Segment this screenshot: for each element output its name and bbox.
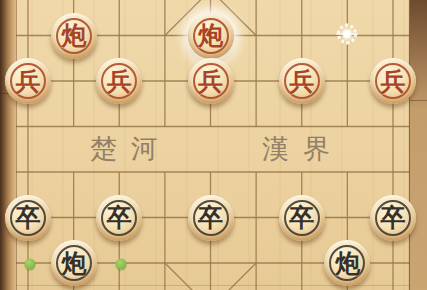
piece-black-soldier[interactable]: 卒 (5, 195, 51, 241)
move-hint-dot[interactable] (116, 259, 127, 270)
piece-red-soldier[interactable]: 兵 (370, 58, 416, 104)
piece-black-soldier[interactable]: 卒 (370, 195, 416, 241)
piece-character: 炮 (335, 251, 360, 276)
piece-character: 炮 (61, 23, 86, 48)
piece-character: 卒 (198, 205, 223, 230)
piece-character: 卒 (16, 205, 41, 230)
piece-red-soldier[interactable]: 兵 (96, 58, 142, 104)
piece-character: 兵 (289, 69, 314, 94)
piece-red-soldier[interactable]: 兵 (279, 58, 325, 104)
piece-black-soldier[interactable]: 卒 (188, 195, 234, 241)
piece-black-cannon[interactable]: 炮 (51, 240, 97, 286)
piece-black-soldier[interactable]: 卒 (279, 195, 325, 241)
piece-red-cannon[interactable]: 炮 (188, 13, 234, 59)
board-frame-left (0, 0, 16, 290)
board-frame-right (410, 0, 427, 290)
piece-character: 炮 (198, 23, 223, 48)
piece-character: 卒 (107, 205, 132, 230)
piece-character: 兵 (381, 69, 406, 94)
piece-red-cannon[interactable]: 炮 (51, 13, 97, 59)
piece-red-soldier[interactable]: 兵 (188, 58, 234, 104)
piece-character: 兵 (198, 69, 223, 94)
piece-character: 兵 (107, 69, 132, 94)
move-hint-dot[interactable] (25, 259, 36, 270)
piece-character: 炮 (61, 251, 86, 276)
river-text-right: 漢界 (248, 131, 344, 167)
piece-red-soldier[interactable]: 兵 (5, 58, 51, 104)
piece-black-soldier[interactable]: 卒 (96, 195, 142, 241)
xiangqi-board[interactable]: 楚河 漢界 炮炮兵兵兵兵兵卒卒卒卒卒炮炮 (0, 0, 427, 290)
river-text-left: 楚河 (76, 131, 172, 167)
last-move-sparkle-icon (334, 21, 360, 51)
piece-black-cannon[interactable]: 炮 (324, 240, 370, 286)
piece-character: 兵 (16, 69, 41, 94)
piece-character: 卒 (381, 205, 406, 230)
piece-character: 卒 (289, 205, 314, 230)
